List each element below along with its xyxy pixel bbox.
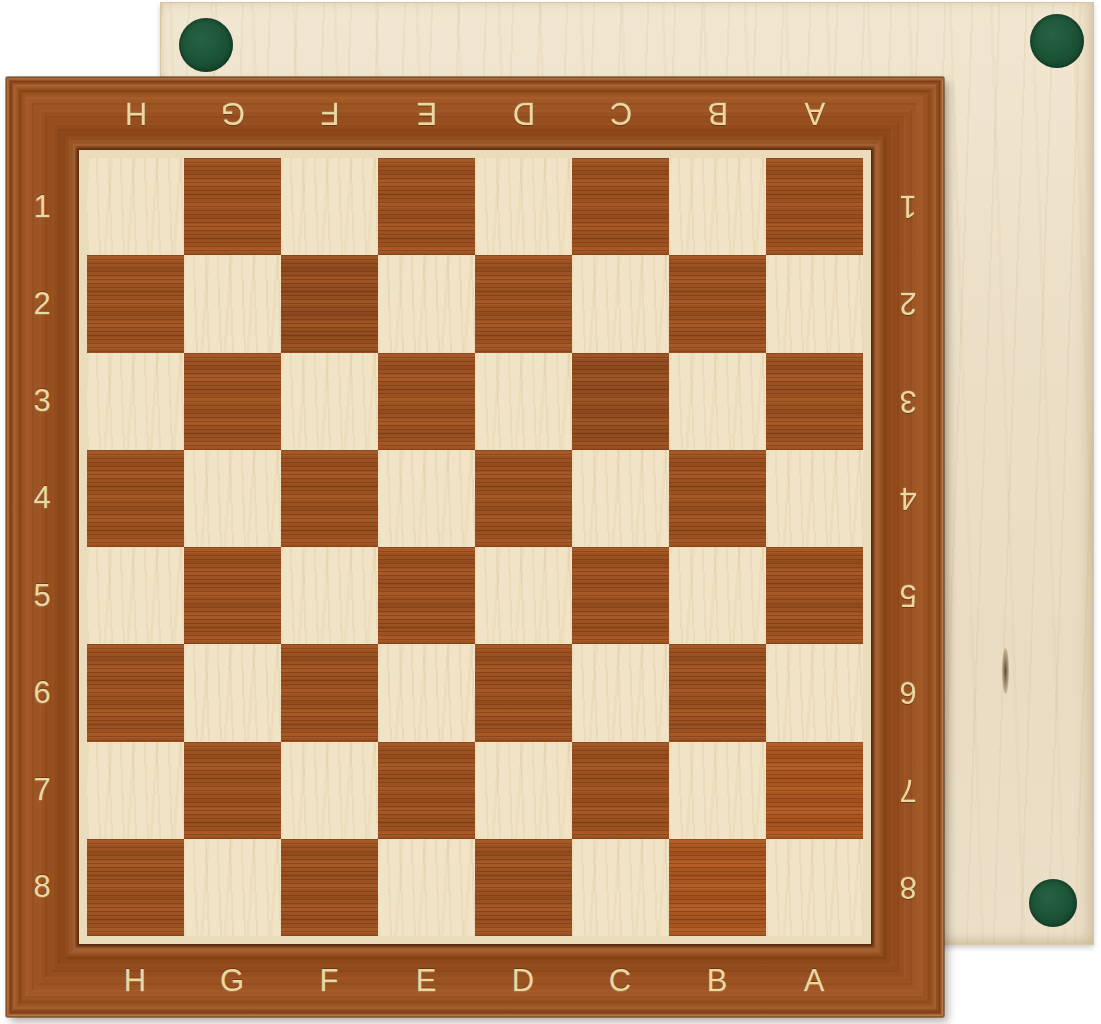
square-b5[interactable] xyxy=(669,547,766,644)
square-c8[interactable] xyxy=(572,839,669,936)
square-b1[interactable] xyxy=(669,158,766,255)
square-b3[interactable] xyxy=(669,353,766,450)
square-h8[interactable] xyxy=(87,839,184,936)
square-a8[interactable] xyxy=(766,839,863,936)
square-e7[interactable] xyxy=(378,742,475,839)
square-c4[interactable] xyxy=(572,450,669,547)
square-h6[interactable] xyxy=(87,644,184,741)
square-c2[interactable] xyxy=(572,255,669,352)
square-b6[interactable] xyxy=(669,644,766,741)
felt-pad-bottom-right xyxy=(1029,879,1077,927)
square-b4[interactable] xyxy=(669,450,766,547)
square-c5[interactable] xyxy=(572,547,669,644)
board-grid xyxy=(79,150,871,944)
square-f1[interactable] xyxy=(281,158,378,255)
square-h4[interactable] xyxy=(87,450,184,547)
square-g6[interactable] xyxy=(184,644,281,741)
square-g7[interactable] xyxy=(184,742,281,839)
frame-top xyxy=(6,77,944,150)
square-e4[interactable] xyxy=(378,450,475,547)
square-d6[interactable] xyxy=(475,644,572,741)
square-f6[interactable] xyxy=(281,644,378,741)
square-c7[interactable] xyxy=(572,742,669,839)
square-d4[interactable] xyxy=(475,450,572,547)
square-e8[interactable] xyxy=(378,839,475,936)
square-h5[interactable] xyxy=(87,547,184,644)
square-b2[interactable] xyxy=(669,255,766,352)
square-g1[interactable] xyxy=(184,158,281,255)
square-g5[interactable] xyxy=(184,547,281,644)
square-h1[interactable] xyxy=(87,158,184,255)
square-h2[interactable] xyxy=(87,255,184,352)
square-g2[interactable] xyxy=(184,255,281,352)
square-a5[interactable] xyxy=(766,547,863,644)
square-h7[interactable] xyxy=(87,742,184,839)
square-c1[interactable] xyxy=(572,158,669,255)
wood-knot xyxy=(1002,648,1009,694)
felt-pad-top-left xyxy=(179,18,233,72)
frame-left xyxy=(6,77,79,1017)
square-e5[interactable] xyxy=(378,547,475,644)
square-g8[interactable] xyxy=(184,839,281,936)
square-a6[interactable] xyxy=(766,644,863,741)
square-a4[interactable] xyxy=(766,450,863,547)
square-a1[interactable] xyxy=(766,158,863,255)
felt-pad-top-right xyxy=(1030,14,1084,68)
square-f4[interactable] xyxy=(281,450,378,547)
frame-bottom xyxy=(6,944,944,1017)
square-h3[interactable] xyxy=(87,353,184,450)
square-d7[interactable] xyxy=(475,742,572,839)
square-e3[interactable] xyxy=(378,353,475,450)
square-a3[interactable] xyxy=(766,353,863,450)
square-f2[interactable] xyxy=(281,255,378,352)
square-e1[interactable] xyxy=(378,158,475,255)
square-d1[interactable] xyxy=(475,158,572,255)
square-b7[interactable] xyxy=(669,742,766,839)
square-d5[interactable] xyxy=(475,547,572,644)
square-g3[interactable] xyxy=(184,353,281,450)
square-a7[interactable] xyxy=(766,742,863,839)
square-e6[interactable] xyxy=(378,644,475,741)
square-b8[interactable] xyxy=(669,839,766,936)
square-f3[interactable] xyxy=(281,353,378,450)
square-g4[interactable] xyxy=(184,450,281,547)
square-a2[interactable] xyxy=(766,255,863,352)
square-d2[interactable] xyxy=(475,255,572,352)
square-d3[interactable] xyxy=(475,353,572,450)
square-c6[interactable] xyxy=(572,644,669,741)
square-f5[interactable] xyxy=(281,547,378,644)
square-c3[interactable] xyxy=(572,353,669,450)
chessboard: HGFEDCBA HGFEDCBA 12345678 12345678 xyxy=(6,77,944,1017)
square-e2[interactable] xyxy=(378,255,475,352)
square-d8[interactable] xyxy=(475,839,572,936)
frame-right xyxy=(871,77,944,1017)
square-f7[interactable] xyxy=(281,742,378,839)
product-photo-stage: HGFEDCBA HGFEDCBA 12345678 12345678 xyxy=(0,0,1101,1024)
square-f8[interactable] xyxy=(281,839,378,936)
